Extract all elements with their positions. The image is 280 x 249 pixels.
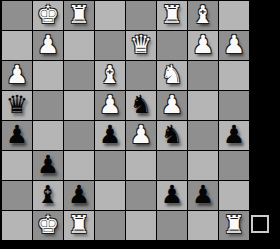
square-d1[interactable] [95, 211, 125, 240]
white-rook-icon[interactable]: ♜ [223, 212, 245, 237]
square-e4[interactable]: ♟ [126, 121, 156, 150]
square-h4[interactable]: ♟ [219, 121, 249, 150]
square-a7[interactable] [2, 31, 32, 60]
white-pawn-icon[interactable]: ♟ [130, 122, 152, 147]
square-f5[interactable]: ♟ [157, 91, 187, 120]
marker-square[interactable] [251, 215, 269, 233]
square-c2[interactable]: ♟ [64, 181, 94, 210]
white-king-icon[interactable]: ♚ [37, 212, 59, 237]
square-f8[interactable]: ♜ [157, 1, 187, 30]
square-a3[interactable] [2, 151, 32, 180]
square-a2[interactable] [2, 181, 32, 210]
square-h2[interactable] [219, 181, 249, 210]
square-a8[interactable] [2, 1, 32, 30]
square-b7[interactable]: ♟ [33, 31, 63, 60]
black-pawn-icon[interactable]: ♟ [161, 182, 183, 207]
chess-board: ♚♜♜♝♟♛♟♟♟♝♞♛♟♞♟♟♟♟♞♟♟♝♟♟♟♚♜♜ [2, 1, 249, 240]
square-f4[interactable]: ♞ [157, 121, 187, 150]
white-pawn-icon[interactable]: ♟ [6, 62, 28, 87]
white-bishop-icon[interactable]: ♝ [192, 2, 214, 27]
square-h6[interactable] [219, 61, 249, 90]
white-knight-icon[interactable]: ♞ [161, 62, 183, 87]
square-d6[interactable]: ♝ [95, 61, 125, 90]
square-f7[interactable] [157, 31, 187, 60]
square-g4[interactable] [188, 121, 218, 150]
square-e2[interactable] [126, 181, 156, 210]
square-b8[interactable]: ♚ [33, 1, 63, 30]
square-c5[interactable] [64, 91, 94, 120]
square-h8[interactable] [219, 1, 249, 30]
square-b3[interactable]: ♟ [33, 151, 63, 180]
white-pawn-icon[interactable]: ♟ [37, 32, 59, 57]
white-rook-icon[interactable]: ♜ [68, 212, 90, 237]
square-h7[interactable]: ♟ [219, 31, 249, 60]
white-rook-icon[interactable]: ♜ [161, 2, 183, 27]
square-h1[interactable]: ♜ [219, 211, 249, 240]
square-a4[interactable]: ♟ [2, 121, 32, 150]
white-bishop-icon[interactable]: ♝ [99, 62, 121, 87]
square-g3[interactable] [188, 151, 218, 180]
square-f3[interactable] [157, 151, 187, 180]
square-e6[interactable] [126, 61, 156, 90]
black-pawn-icon[interactable]: ♟ [223, 122, 245, 147]
square-e1[interactable] [126, 211, 156, 240]
black-pawn-icon[interactable]: ♟ [37, 152, 59, 177]
chess-app-canvas: ♚♜♜♝♟♛♟♟♟♝♞♛♟♞♟♟♟♟♞♟♟♝♟♟♟♚♜♜ [0, 0, 280, 249]
square-c6[interactable] [64, 61, 94, 90]
square-c3[interactable] [64, 151, 94, 180]
square-d4[interactable]: ♟ [95, 121, 125, 150]
black-queen-icon[interactable]: ♛ [6, 92, 28, 117]
white-pawn-icon[interactable]: ♟ [161, 92, 183, 117]
square-g8[interactable]: ♝ [188, 1, 218, 30]
square-b2[interactable]: ♝ [33, 181, 63, 210]
square-d3[interactable] [95, 151, 125, 180]
white-king-icon[interactable]: ♚ [37, 2, 59, 27]
square-d5[interactable]: ♟ [95, 91, 125, 120]
black-pawn-icon[interactable]: ♟ [192, 182, 214, 207]
square-d2[interactable] [95, 181, 125, 210]
square-d8[interactable] [95, 1, 125, 30]
square-c4[interactable] [64, 121, 94, 150]
square-f6[interactable]: ♞ [157, 61, 187, 90]
square-g6[interactable] [188, 61, 218, 90]
square-b6[interactable] [33, 61, 63, 90]
square-c1[interactable]: ♜ [64, 211, 94, 240]
square-h5[interactable] [219, 91, 249, 120]
square-f2[interactable]: ♟ [157, 181, 187, 210]
white-pawn-icon[interactable]: ♟ [99, 92, 121, 117]
white-queen-icon[interactable]: ♛ [130, 32, 152, 57]
square-g5[interactable] [188, 91, 218, 120]
square-e3[interactable] [126, 151, 156, 180]
square-g2[interactable]: ♟ [188, 181, 218, 210]
square-e8[interactable] [126, 1, 156, 30]
white-pawn-icon[interactable]: ♟ [223, 32, 245, 57]
black-bishop-icon[interactable]: ♝ [37, 182, 59, 207]
black-knight-icon[interactable]: ♞ [130, 92, 152, 117]
square-f1[interactable] [157, 211, 187, 240]
black-knight-icon[interactable]: ♞ [161, 122, 183, 147]
square-e7[interactable]: ♛ [126, 31, 156, 60]
white-pawn-icon[interactable]: ♟ [192, 32, 214, 57]
square-b5[interactable] [33, 91, 63, 120]
white-rook-icon[interactable]: ♜ [68, 2, 90, 27]
square-h3[interactable] [219, 151, 249, 180]
square-d7[interactable] [95, 31, 125, 60]
black-pawn-icon[interactable]: ♟ [6, 122, 28, 147]
square-a1[interactable] [2, 211, 32, 240]
black-pawn-icon[interactable]: ♟ [68, 182, 90, 207]
square-g1[interactable] [188, 211, 218, 240]
square-e5[interactable]: ♞ [126, 91, 156, 120]
square-g7[interactable]: ♟ [188, 31, 218, 60]
black-pawn-icon[interactable]: ♟ [99, 122, 121, 147]
square-b4[interactable] [33, 121, 63, 150]
square-a6[interactable]: ♟ [2, 61, 32, 90]
square-a5[interactable]: ♛ [2, 91, 32, 120]
square-c8[interactable]: ♜ [64, 1, 94, 30]
square-b1[interactable]: ♚ [33, 211, 63, 240]
square-c7[interactable] [64, 31, 94, 60]
